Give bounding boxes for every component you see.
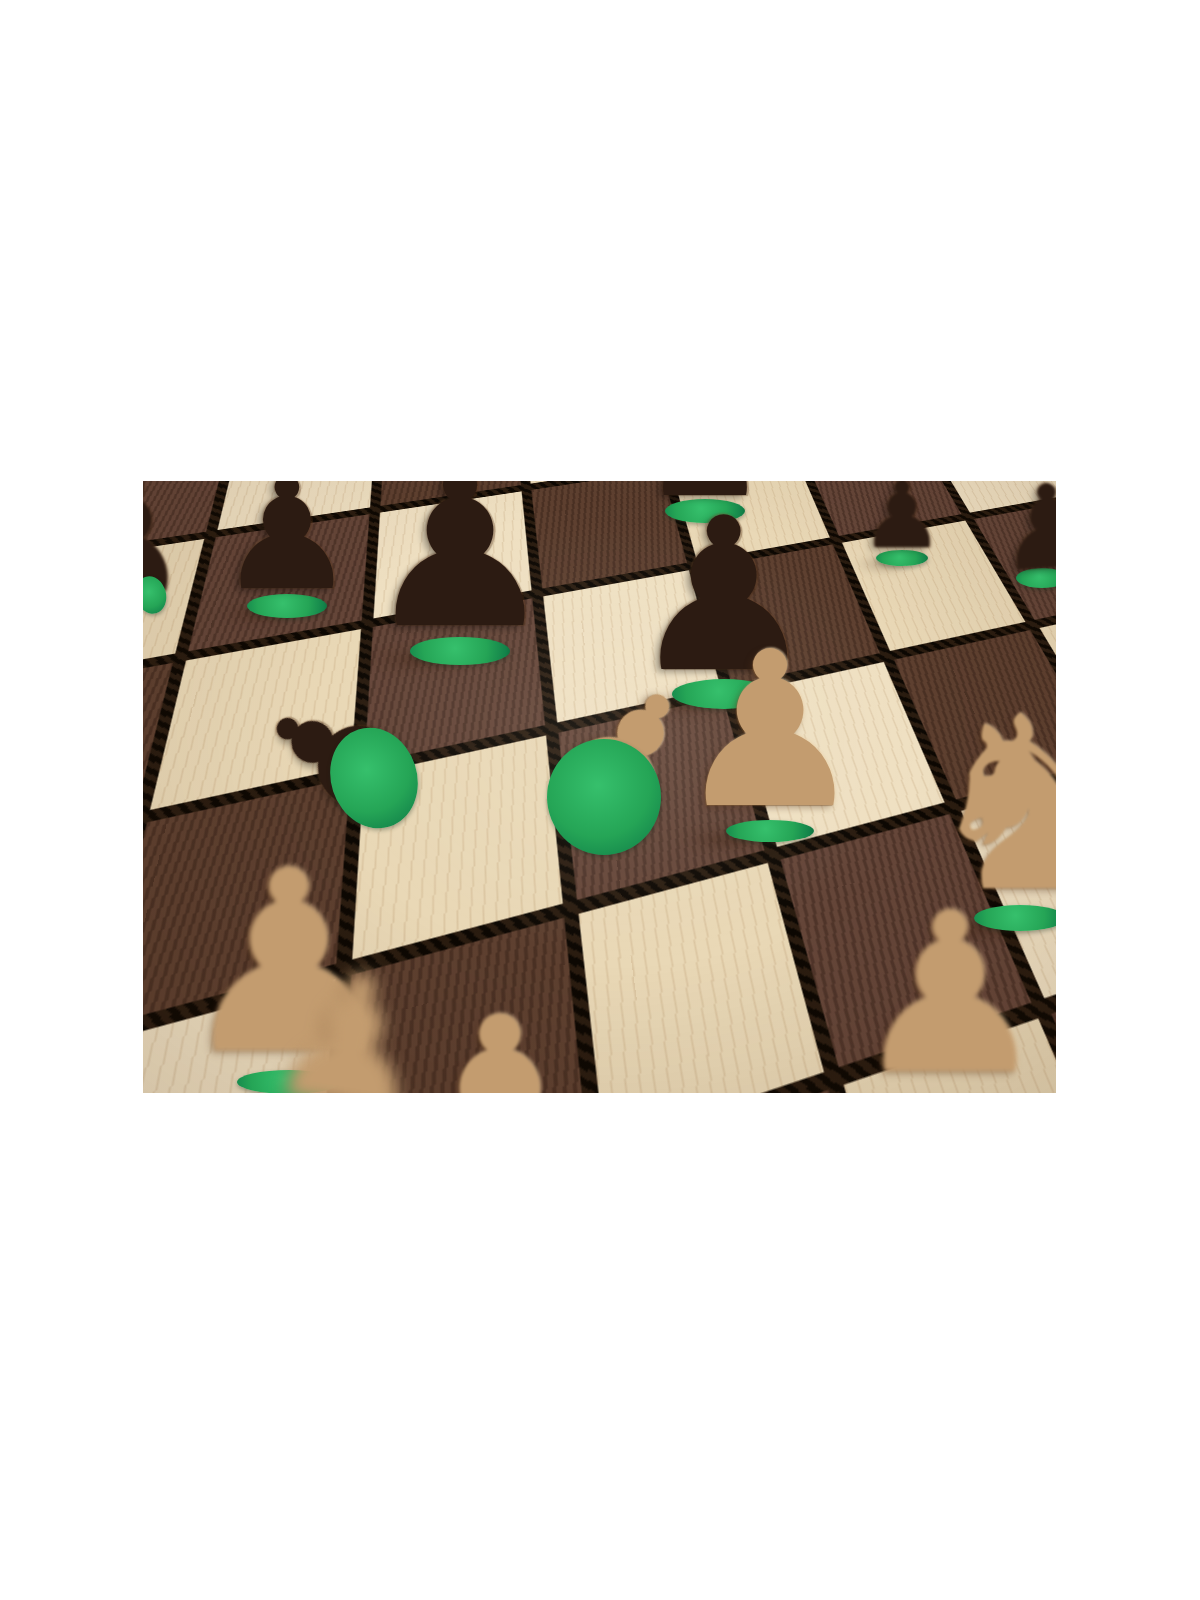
pieces-layer: ♟♟♟♟♟♟♟♟♟♟♞♟♟♟♟ — [143, 481, 1056, 1093]
dark-pawn-icon: ♟ — [861, 481, 943, 562]
dark-pawn-icon: ♟ — [994, 481, 1056, 588]
dark-pawn-icon: ♟ — [364, 481, 557, 658]
light-pawn-icon: ♟ — [850, 883, 1049, 1093]
green-felt-base — [547, 739, 661, 855]
light-pawn-icon: ♟ — [383, 983, 616, 1093]
chessboard-photo: ♟♟♟♟♟♟♟♟♟♟♞♟♟♟♟ — [143, 481, 1056, 1093]
page: { "game": "chess", "scene_description": … — [0, 0, 1200, 1600]
dark-pawn-icon: ♟ — [218, 481, 357, 612]
light-pawn-icon: ♟ — [674, 623, 867, 838]
